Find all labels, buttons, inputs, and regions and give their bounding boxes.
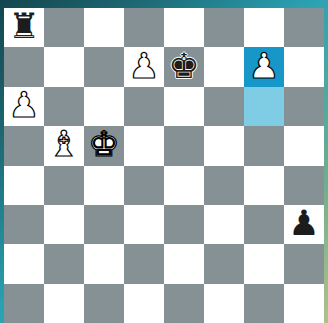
square-h7[interactable] [284, 47, 324, 86]
piece-black-king[interactable]: ♚ [168, 49, 199, 84]
square-d6[interactable] [124, 87, 164, 126]
square-g6-last-move-from-highlight[interactable] [244, 87, 284, 126]
square-h2[interactable] [284, 244, 324, 283]
piece-white-pawn[interactable]: ♟ [8, 88, 39, 123]
square-h6[interactable] [284, 87, 324, 126]
square-g2[interactable] [244, 244, 284, 283]
square-d3[interactable] [124, 205, 164, 244]
square-b6[interactable] [44, 87, 84, 126]
square-e5[interactable] [164, 126, 204, 165]
square-b2[interactable] [44, 244, 84, 283]
square-c3[interactable] [84, 205, 124, 244]
square-h3[interactable]: ♟ [284, 205, 324, 244]
square-g5[interactable] [244, 126, 284, 165]
square-g3[interactable] [244, 205, 284, 244]
square-g8[interactable] [244, 8, 284, 47]
square-c1[interactable] [84, 284, 124, 323]
square-c7[interactable] [84, 47, 124, 86]
piece-white-pawn[interactable]: ♟ [248, 49, 279, 84]
square-b8[interactable] [44, 8, 84, 47]
square-e4[interactable] [164, 166, 204, 205]
piece-black-pawn[interactable]: ♟ [288, 206, 319, 241]
square-c6[interactable] [84, 87, 124, 126]
square-d1[interactable] [124, 284, 164, 323]
square-d4[interactable] [124, 166, 164, 205]
square-b1[interactable] [44, 284, 84, 323]
square-d7[interactable]: ♟ [124, 47, 164, 86]
square-f6[interactable] [204, 87, 244, 126]
square-a4[interactable] [4, 166, 44, 205]
piece-white-pawn[interactable]: ♟ [128, 49, 159, 84]
square-a1[interactable] [4, 284, 44, 323]
piece-white-bishop[interactable]: ♝ [48, 127, 79, 162]
square-h8[interactable] [284, 8, 324, 47]
square-f3[interactable] [204, 205, 244, 244]
square-f8[interactable] [204, 8, 244, 47]
square-f2[interactable] [204, 244, 244, 283]
square-a7[interactable] [4, 47, 44, 86]
square-e2[interactable] [164, 244, 204, 283]
piece-black-rook[interactable]: ♜ [8, 9, 39, 44]
square-a6[interactable]: ♟ [4, 87, 44, 126]
square-d5[interactable] [124, 126, 164, 165]
square-g4[interactable] [244, 166, 284, 205]
square-h5[interactable] [284, 126, 324, 165]
square-b7[interactable] [44, 47, 84, 86]
square-e1[interactable] [164, 284, 204, 323]
square-e3[interactable] [164, 205, 204, 244]
square-d2[interactable] [124, 244, 164, 283]
square-g7-last-move-to-highlight[interactable]: ♟ [244, 47, 284, 86]
square-g1[interactable] [244, 284, 284, 323]
square-a8[interactable]: ♜ [4, 8, 44, 47]
piece-white-king[interactable]: ♚ [88, 127, 119, 162]
square-a5[interactable] [4, 126, 44, 165]
chess-board: ♜♟♚♟♟♝♚♟ [4, 8, 324, 323]
square-c4[interactable] [84, 166, 124, 205]
square-c2[interactable] [84, 244, 124, 283]
square-a3[interactable] [4, 205, 44, 244]
square-a2[interactable] [4, 244, 44, 283]
square-h1[interactable] [284, 284, 324, 323]
square-b3[interactable] [44, 205, 84, 244]
square-e7[interactable]: ♚ [164, 47, 204, 86]
square-f4[interactable] [204, 166, 244, 205]
square-c8[interactable] [84, 8, 124, 47]
square-b5[interactable]: ♝ [44, 126, 84, 165]
square-f1[interactable] [204, 284, 244, 323]
square-d8[interactable] [124, 8, 164, 47]
square-h4[interactable] [284, 166, 324, 205]
square-c5[interactable]: ♚ [84, 126, 124, 165]
square-f7[interactable] [204, 47, 244, 86]
square-b4[interactable] [44, 166, 84, 205]
square-f5[interactable] [204, 126, 244, 165]
square-e6[interactable] [164, 87, 204, 126]
square-e8[interactable] [164, 8, 204, 47]
